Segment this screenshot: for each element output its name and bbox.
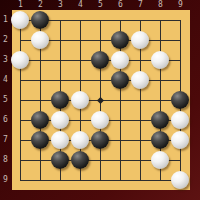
white-stone [71,91,89,109]
go-app-window: 123456789 123456789 [0,0,200,200]
white-stone [51,131,69,149]
white-stone [131,71,149,89]
row-label: 3 [1,55,10,65]
column-label: 4 [76,0,85,10]
row-label: 9 [1,175,10,185]
row-label: 4 [1,75,10,85]
black-stone [91,51,109,69]
white-stone [31,31,49,49]
column-label: 8 [156,0,165,10]
black-stone [151,131,169,149]
black-stone [51,151,69,169]
black-stone [31,131,49,149]
column-label: 3 [56,0,65,10]
white-stone [111,51,129,69]
column-label: 2 [36,0,45,10]
black-stone [111,31,129,49]
black-stone [91,131,109,149]
row-label: 2 [1,35,10,45]
white-stone [151,51,169,69]
white-stone [11,51,29,69]
black-stone [171,91,189,109]
column-label: 9 [176,0,185,10]
white-stone [11,11,29,29]
black-stone [71,151,89,169]
white-stone [71,131,89,149]
black-stone [151,111,169,129]
row-label: 1 [1,15,10,25]
goban [12,10,190,190]
black-stone [31,111,49,129]
black-stone [111,71,129,89]
white-stone [91,111,109,129]
black-stone [31,11,49,29]
white-stone [51,111,69,129]
column-label: 5 [96,0,105,10]
white-stone [171,131,189,149]
row-label: 5 [1,95,10,105]
white-stone [131,31,149,49]
row-label: 8 [1,155,10,165]
black-stone [51,91,69,109]
white-stone [171,171,189,189]
goban-grid[interactable] [20,20,181,181]
column-label: 1 [16,0,25,10]
center-point-marker [97,97,104,104]
row-label: 6 [1,115,10,125]
row-label: 7 [1,135,10,145]
column-label: 6 [116,0,125,10]
column-label: 7 [136,0,145,10]
white-stone [151,151,169,169]
white-stone [171,111,189,129]
